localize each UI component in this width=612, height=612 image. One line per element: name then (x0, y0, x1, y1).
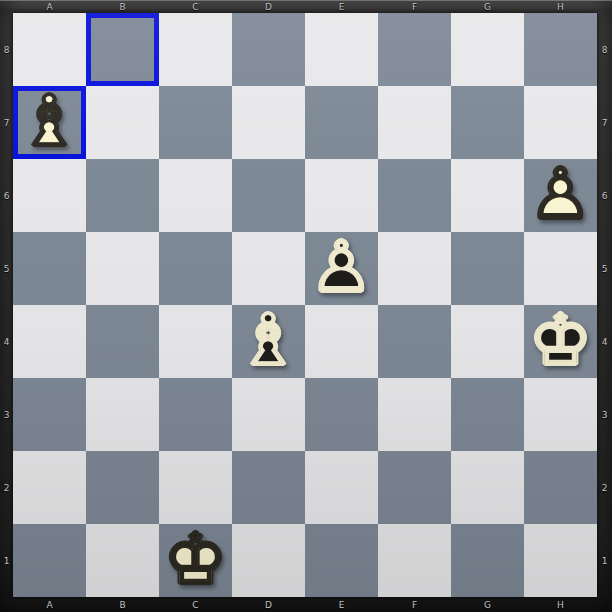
file-label-e: E (305, 0, 378, 13)
square-c3[interactable] (159, 378, 232, 451)
file-label-c: C (159, 0, 232, 13)
black-pawn[interactable]: ♟♙ (305, 232, 378, 305)
square-b3[interactable] (86, 378, 159, 451)
square-h2[interactable] (524, 451, 597, 524)
square-e4[interactable] (305, 305, 378, 378)
square-b8[interactable] (86, 13, 159, 86)
square-c1[interactable]: ♚♔ (159, 524, 232, 597)
square-b2[interactable] (86, 451, 159, 524)
rank-label-3: 3 (0, 378, 13, 451)
square-b5[interactable] (86, 232, 159, 305)
piece-detail-glyph: ♔ (529, 305, 592, 375)
rank-label-5: 5 (597, 232, 612, 305)
square-g4[interactable] (451, 305, 524, 378)
square-e6[interactable] (305, 159, 378, 232)
square-c4[interactable] (159, 305, 232, 378)
file-label-a: A (13, 0, 86, 13)
rank-label-5: 5 (0, 232, 13, 305)
square-d7[interactable] (232, 86, 305, 159)
square-g1[interactable] (451, 524, 524, 597)
square-a4[interactable] (13, 305, 86, 378)
frame-corner (0, 597, 13, 612)
square-d6[interactable] (232, 159, 305, 232)
frame-corner (597, 597, 612, 612)
rank-label-6: 6 (0, 159, 13, 232)
file-label-b: B (86, 0, 159, 13)
rank-label-8: 8 (597, 13, 612, 86)
square-a8[interactable] (13, 13, 86, 86)
file-label-d: D (232, 597, 305, 612)
square-a7[interactable]: ♝♗ (13, 86, 86, 159)
piece-detail-glyph: ♙ (529, 159, 592, 229)
white-bishop[interactable]: ♝♗ (13, 86, 86, 159)
frame-corner (0, 0, 13, 13)
square-b1[interactable] (86, 524, 159, 597)
square-e3[interactable] (305, 378, 378, 451)
square-f1[interactable] (378, 524, 451, 597)
file-label-h: H (524, 0, 597, 13)
square-h5[interactable] (524, 232, 597, 305)
file-label-a: A (13, 597, 86, 612)
square-e5[interactable]: ♟♙ (305, 232, 378, 305)
square-c8[interactable] (159, 13, 232, 86)
square-f7[interactable] (378, 86, 451, 159)
square-e8[interactable] (305, 13, 378, 86)
square-f4[interactable] (378, 305, 451, 378)
square-b4[interactable] (86, 305, 159, 378)
square-a5[interactable] (13, 232, 86, 305)
square-h4[interactable]: ♚♔ (524, 305, 597, 378)
rank-labels-left: 87654321 (0, 13, 13, 597)
file-label-f: F (378, 0, 451, 13)
rank-label-6: 6 (597, 159, 612, 232)
square-c6[interactable] (159, 159, 232, 232)
file-labels-bottom: ABCDEFGH (13, 597, 597, 612)
black-bishop[interactable]: ♝♗ (232, 305, 305, 378)
square-d8[interactable] (232, 13, 305, 86)
board-frame: ABCDEFGH 87654321 ♝♗♟♙♟♙♝♗♚♔♚♔ 87654321 … (0, 0, 612, 612)
frame-corner (597, 0, 612, 13)
square-d2[interactable] (232, 451, 305, 524)
rank-label-8: 8 (0, 13, 13, 86)
file-label-d: D (232, 0, 305, 13)
square-g3[interactable] (451, 378, 524, 451)
piece-detail-glyph: ♗ (237, 305, 300, 375)
piece-detail-glyph: ♙ (310, 232, 373, 302)
square-e2[interactable] (305, 451, 378, 524)
file-label-e: E (305, 597, 378, 612)
square-h6[interactable]: ♟♙ (524, 159, 597, 232)
file-label-f: F (378, 597, 451, 612)
rank-labels-right: 87654321 (597, 13, 612, 597)
square-h3[interactable] (524, 378, 597, 451)
square-e7[interactable] (305, 86, 378, 159)
black-king[interactable]: ♚♔ (524, 305, 597, 378)
square-d5[interactable] (232, 232, 305, 305)
file-labels-top: ABCDEFGH (13, 0, 597, 13)
square-f5[interactable] (378, 232, 451, 305)
square-g5[interactable] (451, 232, 524, 305)
square-d1[interactable] (232, 524, 305, 597)
board: ♝♗♟♙♟♙♝♗♚♔♚♔ (13, 13, 597, 597)
square-g7[interactable] (451, 86, 524, 159)
square-g8[interactable] (451, 13, 524, 86)
square-h7[interactable] (524, 86, 597, 159)
rank-label-1: 1 (0, 524, 13, 597)
square-e1[interactable] (305, 524, 378, 597)
square-f3[interactable] (378, 378, 451, 451)
piece-detail-glyph: ♔ (164, 524, 227, 594)
square-a1[interactable] (13, 524, 86, 597)
square-c2[interactable] (159, 451, 232, 524)
square-g2[interactable] (451, 451, 524, 524)
square-b7[interactable] (86, 86, 159, 159)
square-f6[interactable] (378, 159, 451, 232)
rank-label-7: 7 (597, 86, 612, 159)
rank-label-1: 1 (597, 524, 612, 597)
file-label-g: G (451, 597, 524, 612)
square-c7[interactable] (159, 86, 232, 159)
white-king[interactable]: ♚♔ (159, 524, 232, 597)
square-d3[interactable] (232, 378, 305, 451)
square-b6[interactable] (86, 159, 159, 232)
rank-label-2: 2 (0, 451, 13, 524)
square-c5[interactable] (159, 232, 232, 305)
rank-label-7: 7 (0, 86, 13, 159)
file-label-g: G (451, 0, 524, 13)
square-a2[interactable] (13, 451, 86, 524)
square-d4[interactable]: ♝♗ (232, 305, 305, 378)
rank-label-3: 3 (597, 378, 612, 451)
square-f2[interactable] (378, 451, 451, 524)
square-a6[interactable] (13, 159, 86, 232)
rank-label-4: 4 (0, 305, 13, 378)
rank-label-4: 4 (597, 305, 612, 378)
square-a3[interactable] (13, 378, 86, 451)
square-h1[interactable] (524, 524, 597, 597)
file-label-b: B (86, 597, 159, 612)
white-pawn[interactable]: ♟♙ (524, 159, 597, 232)
square-g6[interactable] (451, 159, 524, 232)
square-h8[interactable] (524, 13, 597, 86)
chess-app: ABCDEFGH 87654321 ♝♗♟♙♟♙♝♗♚♔♚♔ 87654321 … (0, 0, 612, 612)
square-f8[interactable] (378, 13, 451, 86)
file-label-h: H (524, 597, 597, 612)
piece-detail-glyph: ♗ (18, 86, 81, 156)
rank-label-2: 2 (597, 451, 612, 524)
